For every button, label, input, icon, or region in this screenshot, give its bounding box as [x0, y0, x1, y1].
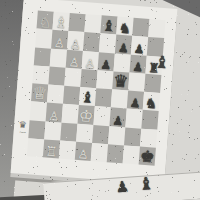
- square-d5[interactable]: [96, 70, 113, 89]
- piece-black-R-c8[interactable]: ♜: [148, 61, 161, 75]
- square-e8[interactable]: ♞: [143, 92, 160, 111]
- square-c2[interactable]: [50, 48, 67, 67]
- square-c7[interactable]: ♟: [129, 54, 146, 73]
- film-grain-dot: [176, 52, 177, 53]
- square-c3[interactable]: ♙: [66, 49, 83, 68]
- film-grain-dot: [191, 111, 192, 112]
- piece-black-N-a6[interactable]: ♞: [118, 21, 132, 36]
- square-f5[interactable]: [93, 106, 110, 125]
- film-grain-dot: [182, 54, 183, 55]
- square-h6[interactable]: [107, 144, 124, 163]
- piece-black-P-c5[interactable]: ♟: [100, 58, 112, 71]
- film-grain-dot: [172, 144, 173, 145]
- square-g3[interactable]: [60, 122, 77, 141]
- film-grain-dot: [150, 2, 151, 3]
- square-h4[interactable]: ♙: [75, 142, 92, 161]
- film-grain-dot: [173, 134, 174, 135]
- square-g6[interactable]: [108, 126, 125, 145]
- emblem-flourish: ~~: [16, 129, 29, 135]
- film-grain-dot: [170, 116, 171, 117]
- square-e5[interactable]: [95, 88, 112, 107]
- square-a6[interactable]: ♞: [116, 17, 133, 36]
- square-d8[interactable]: [144, 74, 161, 93]
- piece-white-P-c3[interactable]: ♙: [68, 56, 80, 69]
- film-grain-dot: [181, 94, 182, 95]
- film-grain-dot: [171, 97, 172, 98]
- square-c6[interactable]: [114, 53, 131, 72]
- square-d7[interactable]: [128, 72, 145, 91]
- square-a5[interactable]: ♝: [100, 15, 117, 34]
- film-grain-dot: [144, 0, 145, 1]
- square-c4[interactable]: ♙: [82, 51, 99, 70]
- film-grain-dot: [188, 14, 189, 15]
- square-e1[interactable]: ♕: [31, 83, 48, 102]
- piece-white-Q-e1[interactable]: ♕: [31, 85, 47, 103]
- film-grain-dot: [197, 138, 198, 139]
- film-grain-dot: [193, 72, 194, 73]
- square-h2[interactable]: ♖: [43, 139, 60, 158]
- piece-white-P-b3[interactable]: ♙: [70, 38, 82, 51]
- piece-black-B-e4[interactable]: ♝: [80, 90, 95, 106]
- piece-black-P-b6[interactable]: ♟: [118, 41, 130, 54]
- film-grain-dot: [182, 158, 183, 159]
- square-e4[interactable]: ♝: [79, 87, 96, 106]
- piece-white-P-h4[interactable]: ♙: [77, 148, 89, 161]
- square-g1[interactable]: [28, 120, 45, 139]
- film-grain-dot: [178, 107, 179, 108]
- piece-white-K-f4[interactable]: ♔: [78, 107, 94, 124]
- square-a1[interactable]: ♘: [37, 11, 54, 30]
- film-grain-dot: [189, 57, 190, 58]
- film-grain-dot: [188, 29, 189, 30]
- square-h3[interactable]: [59, 140, 76, 159]
- film-grain-dot: [198, 62, 199, 63]
- film-grain-dot: [177, 15, 178, 16]
- film-grain-dot: [52, 179, 53, 180]
- film-grain-dot: [189, 125, 190, 126]
- film-grain-dot: [169, 133, 170, 134]
- film-grain-dot: [145, 0, 146, 1]
- film-grain-dot: [173, 6, 174, 7]
- square-d1[interactable]: [32, 65, 49, 84]
- square-g7[interactable]: [124, 127, 141, 146]
- film-grain-dot: [184, 52, 185, 53]
- film-grain-dot: [189, 136, 190, 137]
- film-grain-dot: [188, 132, 189, 133]
- film-grain-dot: [18, 175, 19, 176]
- piece-black-P-e7[interactable]: ♟: [129, 97, 141, 110]
- piece-black-N-e8[interactable]: ♞: [144, 96, 158, 111]
- film-grain-dot: [187, 94, 188, 95]
- square-f3[interactable]: [62, 104, 79, 123]
- square-d3[interactable]: [64, 68, 81, 87]
- piece-white-P-b2[interactable]: ♙: [54, 36, 66, 49]
- film-grain-dot: [196, 24, 197, 25]
- square-e2[interactable]: [47, 85, 64, 104]
- square-b2[interactable]: ♙: [51, 30, 68, 49]
- chessboard: ♘♗♝♞♙♙♟♟♙♙♟♟♜♛♕♝♟♞♙♔♟♖♙♚ ♛ ~~ ♝: [11, 0, 178, 185]
- film-grain-dot: [50, 177, 51, 178]
- film-grain-dot: [26, 181, 27, 182]
- square-h5[interactable]: [91, 143, 108, 162]
- film-grain-dot: [156, 2, 157, 3]
- square-a7[interactable]: [132, 18, 149, 37]
- square-f7[interactable]: [125, 109, 142, 128]
- square-g2[interactable]: [44, 121, 61, 140]
- film-grain-dot: [154, 0, 155, 1]
- film-grain-dot: [187, 34, 188, 35]
- film-grain-dot: [140, 0, 141, 1]
- piece-black-B-a5[interactable]: ♝: [102, 19, 117, 35]
- film-grain-dot: [196, 34, 197, 35]
- square-e3[interactable]: [63, 86, 80, 105]
- square-b7[interactable]: ♟: [131, 36, 148, 55]
- piece-white-R-h2[interactable]: ♖: [45, 145, 58, 159]
- film-grain-dot: [189, 137, 190, 138]
- square-c1[interactable]: [34, 47, 51, 66]
- offboard-piece-bottom-2[interactable]: ♝: [138, 175, 154, 193]
- film-grain-dot: [189, 170, 190, 171]
- square-f8[interactable]: [141, 110, 158, 129]
- square-g5[interactable]: [92, 125, 109, 144]
- square-g8[interactable]: [140, 128, 157, 147]
- film-grain-dot: [43, 178, 44, 179]
- film-grain-dot: [181, 119, 182, 120]
- film-grain-dot: [188, 90, 189, 91]
- film-grain-dot: [179, 131, 180, 132]
- film-grain-dot: [184, 159, 185, 160]
- film-grain-dot: [176, 51, 177, 52]
- film-grain-dot: [180, 56, 181, 57]
- piece-white-P-c4[interactable]: ♙: [84, 57, 96, 70]
- square-f1[interactable]: [30, 102, 47, 121]
- film-grain-dot: [195, 158, 196, 159]
- maker-crown-emblem: ♛ ~~: [16, 120, 30, 135]
- piece-black-Q-d6[interactable]: ♛: [113, 72, 129, 90]
- square-b5[interactable]: [99, 34, 116, 53]
- film-grain-dot: [185, 100, 186, 101]
- film-grain-dot: [192, 109, 193, 110]
- film-grain-dot: [186, 154, 187, 155]
- film-grain-dot: [177, 123, 178, 124]
- film-grain-dot: [199, 106, 200, 107]
- square-e6[interactable]: [111, 89, 128, 108]
- film-grain-dot: [172, 161, 173, 162]
- square-g4[interactable]: [76, 123, 93, 142]
- square-d2[interactable]: [48, 66, 65, 85]
- film-grain-dot: [194, 139, 195, 140]
- piece-white-N-a1[interactable]: ♘: [38, 15, 52, 30]
- square-a2[interactable]: ♗: [52, 12, 69, 31]
- square-a8[interactable]: [148, 19, 165, 38]
- square-e7[interactable]: ♟: [127, 91, 144, 110]
- square-a4[interactable]: [84, 14, 101, 33]
- piece-black-P-f6[interactable]: ♟: [112, 114, 124, 127]
- square-h1[interactable]: [27, 138, 44, 157]
- square-b4[interactable]: [83, 32, 100, 51]
- square-a3[interactable]: [68, 13, 85, 32]
- film-grain-dot: [190, 56, 191, 57]
- square-b6[interactable]: ♟: [115, 35, 132, 54]
- film-grain-dot: [186, 62, 187, 63]
- piece-black-K-h8[interactable]: ♚: [139, 149, 155, 166]
- square-f6[interactable]: ♟: [109, 108, 126, 127]
- film-grain-dot: [39, 186, 40, 187]
- film-grain-dot: [198, 154, 199, 155]
- square-f4[interactable]: ♔: [78, 105, 95, 124]
- piece-white-P-f2[interactable]: ♙: [48, 109, 60, 122]
- piece-black-P-b7[interactable]: ♟: [133, 42, 145, 55]
- square-d4[interactable]: [80, 69, 97, 88]
- square-b1[interactable]: [35, 29, 52, 48]
- square-h8[interactable]: ♚: [139, 146, 156, 165]
- photo-scene: ♘♗♝♞♙♙♟♟♙♙♟♟♜♛♕♝♟♞♙♔♟♖♙♚ ♛ ~~ ♝ ♟ ♝: [0, 0, 200, 200]
- film-grain-dot: [179, 23, 180, 24]
- film-grain-dot: [195, 22, 196, 23]
- square-b3[interactable]: ♙: [67, 31, 84, 50]
- square-h7[interactable]: [123, 145, 140, 164]
- piece-white-B-a2[interactable]: ♗: [54, 15, 69, 31]
- piece-black-P-c7[interactable]: ♟: [132, 61, 144, 74]
- square-f2[interactable]: ♙: [46, 103, 63, 122]
- square-c5[interactable]: ♟: [98, 52, 115, 71]
- board-grid: ♘♗♝♞♙♙♟♟♙♙♟♟♜♛♕♝♟♞♙♔♟♖♙♚: [27, 11, 166, 166]
- film-grain-dot: [188, 61, 189, 62]
- film-grain-dot: [199, 57, 200, 58]
- square-d6[interactable]: ♛: [112, 71, 129, 90]
- offboard-piece-bottom-1[interactable]: ♟: [115, 180, 129, 196]
